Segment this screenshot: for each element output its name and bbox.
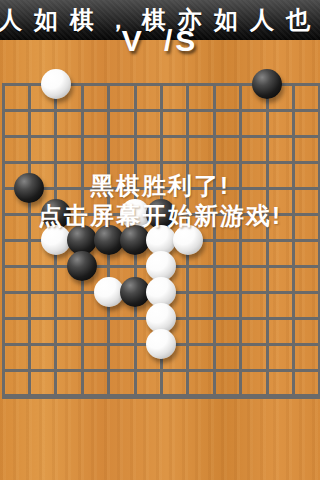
white-stone xyxy=(146,329,176,359)
grid-vline xyxy=(239,83,242,399)
grid-vline xyxy=(213,83,216,399)
win-message-line2: 点击屏幕开始新游戏! xyxy=(0,201,320,231)
grid-hline xyxy=(2,394,320,399)
win-message-line1: 黑棋胜利了! xyxy=(0,171,320,201)
grid-vline xyxy=(292,83,295,399)
grid-hline xyxy=(2,369,320,372)
black-stone xyxy=(67,251,97,281)
vs-label: V /S xyxy=(0,24,320,58)
app-screen: 人如棋，棋亦如人也 V /S 黑棋胜利了! 点击屏幕开始新游戏! xyxy=(0,0,320,480)
black-stone xyxy=(252,69,282,99)
white-stone xyxy=(41,69,71,99)
grid-vline xyxy=(266,83,269,399)
win-message: 黑棋胜利了! 点击屏幕开始新游戏! xyxy=(0,171,320,231)
gomoku-board[interactable] xyxy=(0,40,320,480)
